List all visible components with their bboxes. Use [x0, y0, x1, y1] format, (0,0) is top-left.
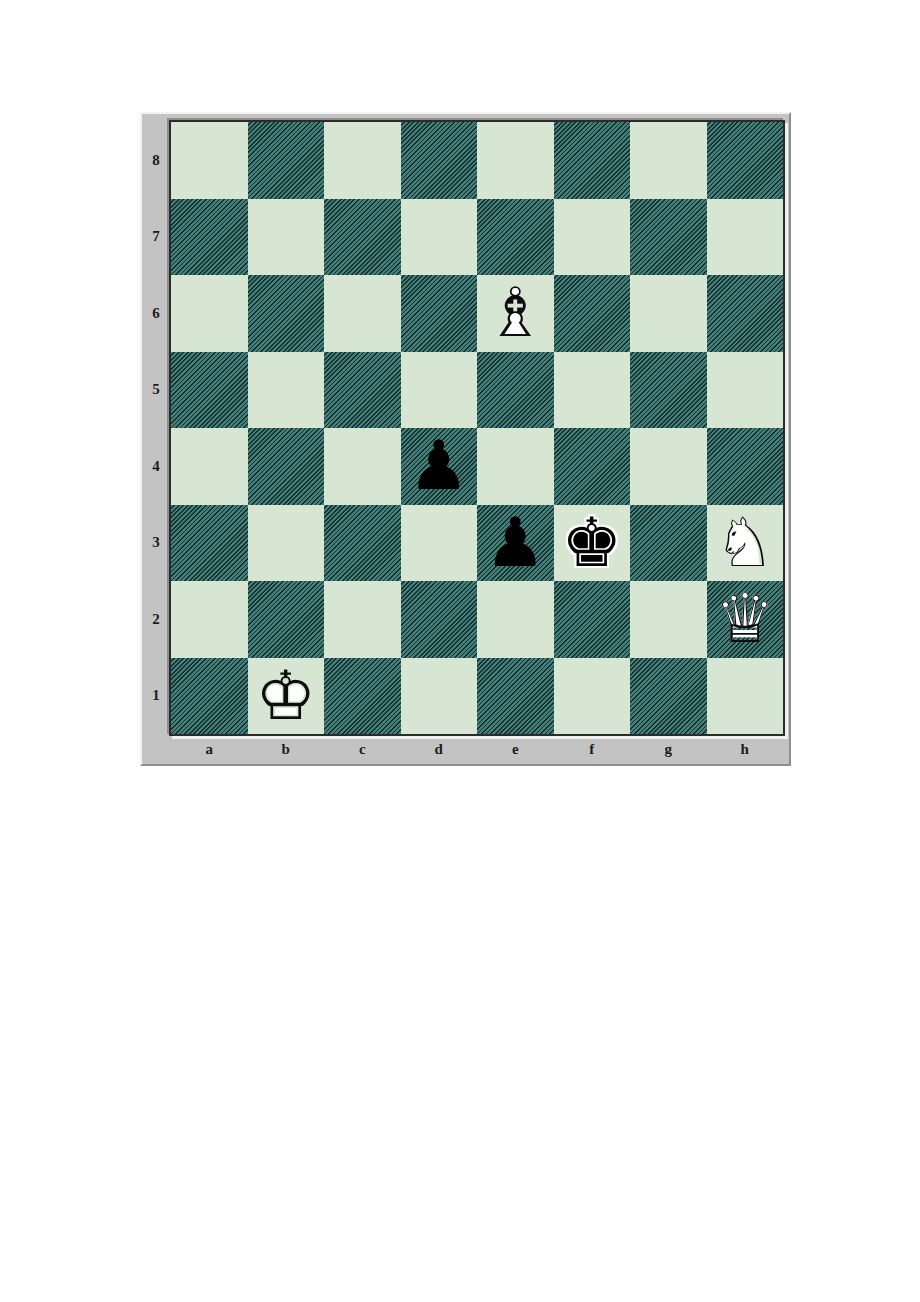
square-f1[interactable] — [554, 658, 631, 735]
square-h1[interactable] — [707, 658, 784, 735]
square-e1[interactable] — [477, 658, 554, 735]
square-h7[interactable] — [707, 199, 784, 276]
rank-label-2: 2 — [143, 581, 169, 658]
square-a4[interactable] — [171, 428, 248, 505]
square-d1[interactable] — [401, 658, 478, 735]
white-bishop-piece[interactable]: ♝♗ — [477, 275, 554, 352]
square-g7[interactable] — [630, 199, 707, 276]
square-b5[interactable] — [248, 352, 325, 429]
square-b6[interactable] — [248, 275, 325, 352]
rank-label-1: 1 — [143, 658, 169, 735]
square-g1[interactable] — [630, 658, 707, 735]
black-pawn-piece[interactable]: ♟ — [401, 428, 478, 505]
square-e2[interactable] — [477, 581, 554, 658]
square-a3[interactable] — [171, 505, 248, 582]
white-knight-piece[interactable]: ♞♘ — [707, 505, 784, 582]
file-label-g: g — [630, 738, 707, 761]
square-d7[interactable] — [401, 199, 478, 276]
square-g6[interactable] — [630, 275, 707, 352]
piece-outline: ♔ — [248, 658, 325, 735]
square-c7[interactable] — [324, 199, 401, 276]
square-d8[interactable] — [401, 122, 478, 199]
square-a5[interactable] — [171, 352, 248, 429]
piece-glyph: ♟ — [401, 428, 478, 505]
square-d6[interactable] — [401, 275, 478, 352]
square-g2[interactable] — [630, 581, 707, 658]
square-b3[interactable] — [248, 505, 325, 582]
square-e6[interactable]: ♝♗ — [477, 275, 554, 352]
square-e8[interactable] — [477, 122, 554, 199]
board: ♝♗♟♟♚♞♘♛♕♚♔ — [169, 120, 785, 736]
piece-glyph: ♟ — [477, 505, 554, 582]
black-king-piece[interactable]: ♚ — [554, 505, 631, 582]
square-c3[interactable] — [324, 505, 401, 582]
square-h5[interactable] — [707, 352, 784, 429]
file-label-c: c — [324, 738, 401, 761]
rank-label-8: 8 — [143, 122, 169, 199]
square-a7[interactable] — [171, 199, 248, 276]
square-e4[interactable] — [477, 428, 554, 505]
square-b1[interactable]: ♚♔ — [248, 658, 325, 735]
piece-outline: ♕ — [707, 581, 784, 658]
square-c2[interactable] — [324, 581, 401, 658]
square-b2[interactable] — [248, 581, 325, 658]
file-label-a: a — [171, 738, 248, 761]
square-h2[interactable]: ♛♕ — [707, 581, 784, 658]
square-d2[interactable] — [401, 581, 478, 658]
square-h3[interactable]: ♞♘ — [707, 505, 784, 582]
rank-label-4: 4 — [143, 428, 169, 505]
square-c8[interactable] — [324, 122, 401, 199]
square-b7[interactable] — [248, 199, 325, 276]
square-f2[interactable] — [554, 581, 631, 658]
black-pawn-piece[interactable]: ♟ — [477, 505, 554, 582]
piece-outline: ♗ — [477, 275, 554, 352]
square-d5[interactable] — [401, 352, 478, 429]
square-a2[interactable] — [171, 581, 248, 658]
white-queen-piece[interactable]: ♛♕ — [707, 581, 784, 658]
square-a8[interactable] — [171, 122, 248, 199]
file-label-f: f — [554, 738, 631, 761]
square-d4[interactable]: ♟ — [401, 428, 478, 505]
file-label-b: b — [248, 738, 325, 761]
square-h8[interactable] — [707, 122, 784, 199]
square-a1[interactable] — [171, 658, 248, 735]
rank-label-5: 5 — [143, 352, 169, 429]
square-h6[interactable] — [707, 275, 784, 352]
square-f7[interactable] — [554, 199, 631, 276]
file-label-h: h — [707, 738, 784, 761]
square-b4[interactable] — [248, 428, 325, 505]
square-f6[interactable] — [554, 275, 631, 352]
square-c1[interactable] — [324, 658, 401, 735]
square-h4[interactable] — [707, 428, 784, 505]
square-f4[interactable] — [554, 428, 631, 505]
square-g5[interactable] — [630, 352, 707, 429]
square-g3[interactable] — [630, 505, 707, 582]
square-f5[interactable] — [554, 352, 631, 429]
file-label-d: d — [401, 738, 478, 761]
square-g4[interactable] — [630, 428, 707, 505]
square-f3[interactable]: ♚ — [554, 505, 631, 582]
piece-glyph: ♚ — [554, 505, 631, 582]
rank-label-6: 6 — [143, 275, 169, 352]
square-g8[interactable] — [630, 122, 707, 199]
board-frame: ♝♗♟♟♚♞♘♛♕♚♔ 87654321abcdefgh — [140, 112, 791, 766]
square-c5[interactable] — [324, 352, 401, 429]
piece-outline: ♘ — [707, 505, 784, 582]
white-king-piece[interactable]: ♚♔ — [248, 658, 325, 735]
square-c6[interactable] — [324, 275, 401, 352]
file-label-e: e — [477, 738, 554, 761]
square-a6[interactable] — [171, 275, 248, 352]
square-b8[interactable] — [248, 122, 325, 199]
square-f8[interactable] — [554, 122, 631, 199]
rank-label-3: 3 — [143, 505, 169, 582]
square-e3[interactable]: ♟ — [477, 505, 554, 582]
rank-label-7: 7 — [143, 199, 169, 276]
square-e5[interactable] — [477, 352, 554, 429]
square-c4[interactable] — [324, 428, 401, 505]
square-e7[interactable] — [477, 199, 554, 276]
square-d3[interactable] — [401, 505, 478, 582]
